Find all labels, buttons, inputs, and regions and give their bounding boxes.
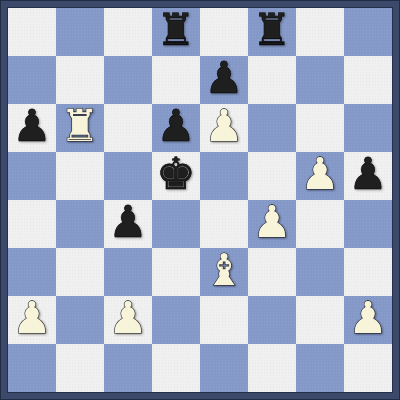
square-a6[interactable]: ♟ bbox=[8, 104, 56, 152]
white-pawn[interactable]: ♟ bbox=[12, 296, 51, 340]
square-g3[interactable] bbox=[296, 248, 344, 296]
square-g5[interactable]: ♟ bbox=[296, 152, 344, 200]
white-rook[interactable]: ♜ bbox=[60, 104, 99, 148]
square-f7[interactable] bbox=[248, 56, 296, 104]
chess-board: ♜♜♟♟♜♟♟♚♟♟♟♟♝♟♟♟ bbox=[8, 8, 392, 392]
black-rook[interactable]: ♜ bbox=[156, 8, 195, 52]
square-d2[interactable] bbox=[152, 296, 200, 344]
square-c6[interactable] bbox=[104, 104, 152, 152]
square-b6[interactable]: ♜ bbox=[56, 104, 104, 152]
square-b2[interactable] bbox=[56, 296, 104, 344]
square-h4[interactable] bbox=[344, 200, 392, 248]
square-d1[interactable] bbox=[152, 344, 200, 392]
square-f2[interactable] bbox=[248, 296, 296, 344]
white-pawn[interactable]: ♟ bbox=[252, 200, 291, 244]
white-bishop[interactable]: ♝ bbox=[204, 248, 243, 292]
square-d8[interactable]: ♜ bbox=[152, 8, 200, 56]
square-g8[interactable] bbox=[296, 8, 344, 56]
square-d3[interactable] bbox=[152, 248, 200, 296]
square-c4[interactable]: ♟ bbox=[104, 200, 152, 248]
square-b5[interactable] bbox=[56, 152, 104, 200]
white-pawn[interactable]: ♟ bbox=[300, 152, 339, 196]
black-pawn[interactable]: ♟ bbox=[204, 56, 243, 100]
square-g1[interactable] bbox=[296, 344, 344, 392]
square-g7[interactable] bbox=[296, 56, 344, 104]
square-e7[interactable]: ♟ bbox=[200, 56, 248, 104]
square-h2[interactable]: ♟ bbox=[344, 296, 392, 344]
square-a5[interactable] bbox=[8, 152, 56, 200]
square-f1[interactable] bbox=[248, 344, 296, 392]
square-b7[interactable] bbox=[56, 56, 104, 104]
white-pawn[interactable]: ♟ bbox=[348, 296, 387, 340]
black-pawn[interactable]: ♟ bbox=[348, 152, 387, 196]
square-a7[interactable] bbox=[8, 56, 56, 104]
square-d4[interactable] bbox=[152, 200, 200, 248]
square-f3[interactable] bbox=[248, 248, 296, 296]
black-pawn[interactable]: ♟ bbox=[108, 200, 147, 244]
square-d7[interactable] bbox=[152, 56, 200, 104]
square-h8[interactable] bbox=[344, 8, 392, 56]
square-c7[interactable] bbox=[104, 56, 152, 104]
square-d6[interactable]: ♟ bbox=[152, 104, 200, 152]
square-f8[interactable]: ♜ bbox=[248, 8, 296, 56]
black-king[interactable]: ♚ bbox=[156, 152, 195, 196]
square-b1[interactable] bbox=[56, 344, 104, 392]
square-f5[interactable] bbox=[248, 152, 296, 200]
square-g2[interactable] bbox=[296, 296, 344, 344]
square-a3[interactable] bbox=[8, 248, 56, 296]
square-h7[interactable] bbox=[344, 56, 392, 104]
square-a2[interactable]: ♟ bbox=[8, 296, 56, 344]
square-e6[interactable]: ♟ bbox=[200, 104, 248, 152]
square-e4[interactable] bbox=[200, 200, 248, 248]
square-e1[interactable] bbox=[200, 344, 248, 392]
black-pawn[interactable]: ♟ bbox=[156, 104, 195, 148]
square-e8[interactable] bbox=[200, 8, 248, 56]
square-e3[interactable]: ♝ bbox=[200, 248, 248, 296]
square-g4[interactable] bbox=[296, 200, 344, 248]
square-a1[interactable] bbox=[8, 344, 56, 392]
square-f4[interactable]: ♟ bbox=[248, 200, 296, 248]
square-c3[interactable] bbox=[104, 248, 152, 296]
chess-board-frame: ♜♜♟♟♜♟♟♚♟♟♟♟♝♟♟♟ bbox=[0, 0, 400, 400]
square-e2[interactable] bbox=[200, 296, 248, 344]
square-b3[interactable] bbox=[56, 248, 104, 296]
square-a8[interactable] bbox=[8, 8, 56, 56]
black-pawn[interactable]: ♟ bbox=[12, 104, 51, 148]
square-c5[interactable] bbox=[104, 152, 152, 200]
square-d5[interactable]: ♚ bbox=[152, 152, 200, 200]
square-g6[interactable] bbox=[296, 104, 344, 152]
square-c8[interactable] bbox=[104, 8, 152, 56]
white-pawn[interactable]: ♟ bbox=[204, 104, 243, 148]
square-e5[interactable] bbox=[200, 152, 248, 200]
white-pawn[interactable]: ♟ bbox=[108, 296, 147, 340]
square-a4[interactable] bbox=[8, 200, 56, 248]
square-h1[interactable] bbox=[344, 344, 392, 392]
square-b8[interactable] bbox=[56, 8, 104, 56]
square-c1[interactable] bbox=[104, 344, 152, 392]
black-rook[interactable]: ♜ bbox=[252, 8, 291, 52]
square-h3[interactable] bbox=[344, 248, 392, 296]
square-c2[interactable]: ♟ bbox=[104, 296, 152, 344]
square-h5[interactable]: ♟ bbox=[344, 152, 392, 200]
square-h6[interactable] bbox=[344, 104, 392, 152]
square-f6[interactable] bbox=[248, 104, 296, 152]
square-b4[interactable] bbox=[56, 200, 104, 248]
